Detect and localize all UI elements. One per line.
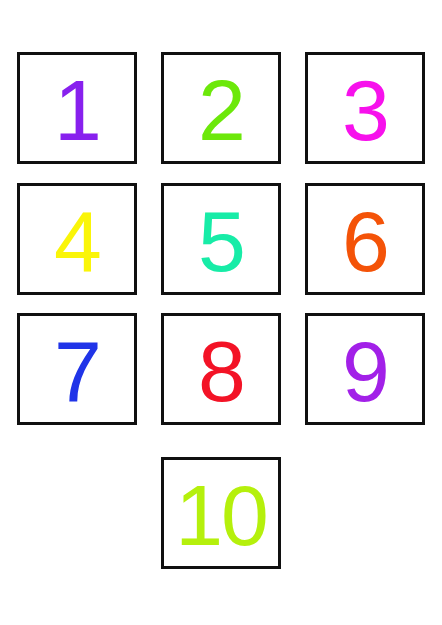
chart-row-2: 4 5 6 xyxy=(0,183,442,295)
card-4: 4 xyxy=(17,183,137,295)
number-label-10: 10 xyxy=(175,472,267,558)
number-chart-page: 1 2 3 4 5 6 7 8 9 10 xyxy=(0,0,442,625)
chart-row-1: 1 2 3 xyxy=(0,52,442,164)
number-label-8: 8 xyxy=(198,328,244,414)
card-3: 3 xyxy=(305,52,425,164)
number-label-5: 5 xyxy=(198,198,244,284)
number-label-9: 9 xyxy=(342,328,388,414)
number-label-7: 7 xyxy=(54,328,100,414)
number-label-2: 2 xyxy=(198,67,244,153)
card-9: 9 xyxy=(305,313,425,425)
card-6: 6 xyxy=(305,183,425,295)
number-label-1: 1 xyxy=(54,67,100,153)
chart-row-4: 10 xyxy=(0,457,442,569)
card-1: 1 xyxy=(17,52,137,164)
card-5: 5 xyxy=(161,183,281,295)
number-label-3: 3 xyxy=(342,67,388,153)
number-label-4: 4 xyxy=(54,198,100,284)
chart-row-3: 7 8 9 xyxy=(0,313,442,425)
card-2: 2 xyxy=(161,52,281,164)
card-8: 8 xyxy=(161,313,281,425)
card-10: 10 xyxy=(161,457,281,569)
card-7: 7 xyxy=(17,313,137,425)
number-label-6: 6 xyxy=(342,198,388,284)
